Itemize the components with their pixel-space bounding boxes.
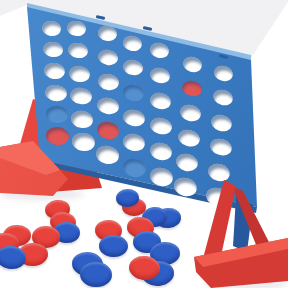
floor-discs-layer [0, 0, 288, 288]
connect-four-photo [0, 0, 288, 288]
floor-disc-blue[interactable] [98, 235, 127, 258]
floor-disc-blue[interactable] [80, 261, 113, 287]
